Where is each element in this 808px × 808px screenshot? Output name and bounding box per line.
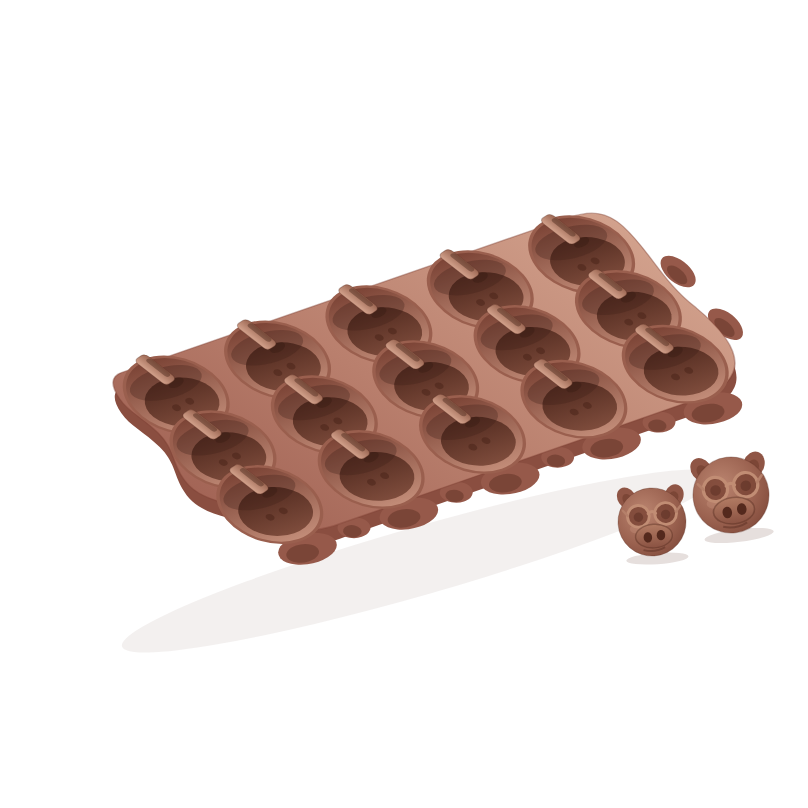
scene-svg bbox=[40, 16, 808, 808]
product-photo bbox=[40, 16, 808, 808]
